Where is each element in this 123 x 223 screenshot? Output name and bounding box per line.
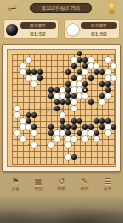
white-stone [31, 130, 37, 136]
white-stone [88, 63, 94, 69]
white-stone [20, 63, 26, 69]
black-player-name: 黑方棋手 [20, 22, 56, 29]
menu-button[interactable]: ☰ 菜单 [99, 177, 116, 191]
star-point [96, 108, 98, 110]
black-stone [71, 63, 77, 69]
white-stone [71, 106, 77, 112]
black-stone [60, 118, 66, 124]
medal-ribbon-icon [109, 10, 115, 15]
white-stone [65, 142, 71, 148]
achievements-button[interactable] [105, 1, 119, 16]
black-stone [71, 118, 77, 124]
bottom-toolbar: ⚑ 认输 ▦ 形势 ↺ 悔棋 ✎ 研究 ☰ 菜单 [0, 177, 123, 197]
ink-wash-artwork [0, 195, 123, 223]
white-stone [48, 142, 54, 148]
black-stone [65, 69, 71, 75]
white-stone [20, 136, 26, 142]
white-stone [99, 99, 105, 105]
white-stone [20, 124, 26, 130]
white-player-card: 白方棋手 01:50 [64, 19, 120, 39]
app-screen: ↩ 第112手/贴3.75目 黑方棋手 01:52 白方棋手 01:50 新浪围… [0, 0, 123, 223]
black-stone-avatar [6, 24, 18, 36]
white-stone [94, 63, 100, 69]
black-stone [82, 87, 88, 93]
black-stone [26, 118, 32, 124]
white-stone [105, 130, 111, 136]
white-player-name: 白方棋手 [81, 22, 117, 29]
black-stone [71, 75, 77, 81]
star-point [28, 108, 30, 110]
black-stone [71, 93, 77, 99]
grid-icon: ▦ [30, 177, 47, 186]
medal-icon [108, 2, 115, 9]
white-stone [14, 106, 20, 112]
white-stone [94, 136, 100, 142]
black-stone [65, 130, 71, 136]
star-point [96, 144, 98, 146]
undo-button[interactable]: ↺ 悔棋 [53, 177, 70, 191]
back-arrow-icon: ↩ [7, 1, 16, 13]
black-stone [88, 75, 94, 81]
star-point [62, 144, 64, 146]
white-stone [105, 69, 111, 75]
flag-icon: ⚑ [7, 177, 24, 186]
last-move-marker [84, 89, 86, 91]
grid-line-h [12, 157, 114, 158]
black-stone [77, 118, 83, 124]
white-stone [105, 75, 111, 81]
resign-button[interactable]: ⚑ 认输 [7, 177, 24, 191]
white-stone [105, 93, 111, 99]
header: ↩ 第112手/贴3.75目 [0, 0, 123, 17]
go-board-frame: 新浪围棋 [2, 44, 121, 172]
white-stone [82, 136, 88, 142]
back-button[interactable]: ↩ [3, 1, 21, 15]
white-stone [26, 57, 32, 63]
white-stone [82, 93, 88, 99]
white-stone [31, 142, 37, 148]
study-button[interactable]: ✎ 研究 [76, 177, 93, 191]
black-stone [88, 124, 94, 130]
white-stone [77, 75, 83, 81]
white-stone [14, 112, 20, 118]
white-stone [105, 124, 111, 130]
white-stone [82, 69, 88, 75]
white-stone [54, 130, 60, 136]
black-stone [48, 124, 54, 130]
white-stone [20, 118, 26, 124]
go-board[interactable]: 新浪围棋 [7, 49, 116, 167]
black-stone [54, 87, 60, 93]
black-stone [31, 124, 37, 130]
grid-line-v [91, 54, 92, 164]
white-stone [20, 69, 26, 75]
white-stone [31, 81, 37, 87]
black-player-card: 黑方棋手 01:52 [3, 19, 59, 39]
white-stone [14, 130, 20, 136]
undo-icon: ↺ [53, 177, 70, 186]
white-stone [88, 57, 94, 63]
grid-line-h [12, 151, 114, 152]
white-stone [54, 136, 60, 142]
white-stone [71, 81, 77, 87]
white-stone [71, 136, 77, 142]
white-stone-avatar [67, 24, 79, 36]
white-stone [71, 87, 77, 93]
menu-icon: ☰ [99, 177, 116, 186]
black-stone [105, 87, 111, 93]
black-stone [31, 112, 37, 118]
black-stone [54, 99, 60, 105]
white-stone [60, 112, 66, 118]
star-point [62, 108, 64, 110]
black-stone [37, 75, 43, 81]
grid-line-v [114, 54, 115, 164]
white-stone [54, 93, 60, 99]
star-point [28, 144, 30, 146]
white-player-timer: 01:50 [81, 30, 117, 38]
move-counter-pill: 第112手/贴3.75目 [30, 3, 92, 13]
black-stone [105, 118, 111, 124]
grid-line-h [12, 164, 114, 165]
black-stone [37, 69, 43, 75]
black-stone [82, 81, 88, 87]
pencil-icon: ✎ [76, 177, 93, 186]
black-stone [105, 81, 111, 87]
white-stone [88, 130, 94, 136]
black-stone [54, 106, 60, 112]
black-stone [111, 124, 117, 130]
black-stone [94, 130, 100, 136]
white-stone [111, 75, 117, 81]
white-stone [111, 63, 117, 69]
black-stone [88, 99, 94, 105]
territory-button[interactable]: ▦ 形势 [30, 177, 47, 191]
black-stone [77, 51, 83, 57]
black-player-timer: 01:52 [20, 30, 56, 38]
white-stone [71, 99, 77, 105]
star-point [62, 71, 64, 73]
white-stone [105, 57, 111, 63]
black-stone [71, 124, 77, 130]
black-stone [71, 154, 77, 160]
white-stone [71, 57, 77, 63]
